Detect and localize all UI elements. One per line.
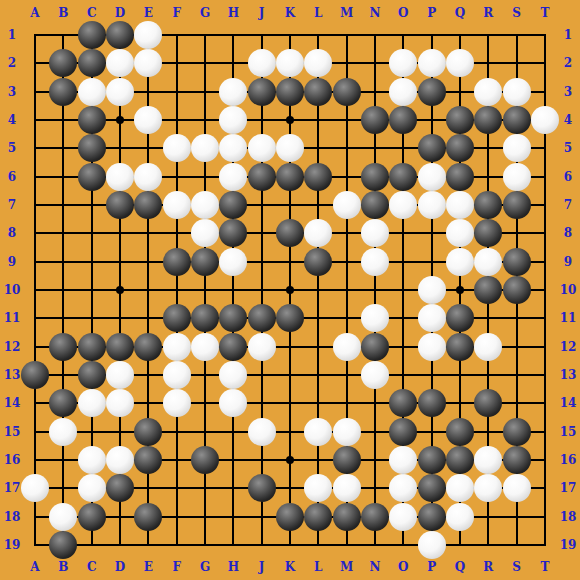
row-label-left: 13 [0,368,24,382]
stone-black: ● [49,531,77,559]
stone-white: ○ [191,333,219,361]
stone-black: ● [248,304,276,332]
stone-white: ○ [474,248,502,276]
column-label-top: D [108,6,132,20]
stone-black: ● [304,163,332,191]
column-label-bottom: G [193,560,217,574]
hoshi-point [286,286,294,294]
stone-white: ○ [446,248,474,276]
stone-black: ● [418,474,446,502]
stone-white: ○ [446,503,474,531]
row-label-right: 18 [556,510,580,524]
stone-black: ● [248,163,276,191]
stone-black: ● [78,49,106,77]
row-label-left: 8 [0,226,24,240]
row-label-right: 15 [556,425,580,439]
stone-black: ● [49,389,77,417]
column-label-top: S [505,6,529,20]
stone-white: ○ [361,248,389,276]
stone-white: ○ [333,474,361,502]
stone-white: ○ [418,531,446,559]
stone-black: ● [446,163,474,191]
stone-black: ● [474,191,502,219]
stone-white: ○ [361,361,389,389]
column-label-bottom: S [505,560,529,574]
column-label-bottom: Q [448,560,472,574]
stone-black: ● [474,106,502,134]
stone-white: ○ [389,78,417,106]
row-label-right: 12 [556,340,580,354]
stone-white: ○ [49,418,77,446]
stone-black: ● [333,503,361,531]
stone-black: ● [418,503,446,531]
row-label-right: 17 [556,481,580,495]
column-label-top: A [23,6,47,20]
column-label-top: R [476,6,500,20]
stone-white: ○ [389,191,417,219]
row-label-right: 10 [556,283,580,297]
row-label-right: 7 [556,198,580,212]
row-label-left: 18 [0,510,24,524]
stone-white: ○ [474,78,502,106]
stone-white: ○ [503,163,531,191]
column-label-top: K [278,6,302,20]
row-label-left: 14 [0,396,24,410]
stone-black: ● [134,418,162,446]
hoshi-point [456,286,464,294]
stone-white: ○ [531,106,559,134]
row-label-right: 13 [556,368,580,382]
stone-black: ● [446,106,474,134]
stone-white: ○ [304,418,332,446]
row-label-left: 10 [0,283,24,297]
stone-white: ○ [446,191,474,219]
column-label-bottom: R [476,560,500,574]
stone-white: ○ [219,106,247,134]
row-label-left: 3 [0,85,24,99]
column-label-bottom: D [108,560,132,574]
stone-black: ● [446,134,474,162]
column-label-bottom: K [278,560,302,574]
stone-black: ● [106,333,134,361]
stone-white: ○ [503,474,531,502]
stone-black: ● [503,446,531,474]
hoshi-point [116,116,124,124]
column-label-top: N [363,6,387,20]
stone-white: ○ [474,474,502,502]
stone-black: ● [276,78,304,106]
column-label-bottom: F [165,560,189,574]
stone-white: ○ [418,276,446,304]
stone-white: ○ [248,418,276,446]
stone-black: ● [248,474,276,502]
column-label-bottom: P [420,560,444,574]
grid-line-vertical [317,34,319,546]
stone-white: ○ [163,361,191,389]
stone-white: ○ [106,78,134,106]
stone-white: ○ [191,219,219,247]
stone-white: ○ [78,78,106,106]
hoshi-point [116,286,124,294]
stone-white: ○ [418,163,446,191]
stone-black: ● [219,304,247,332]
row-label-right: 3 [556,85,580,99]
stone-white: ○ [163,333,191,361]
stone-white: ○ [418,333,446,361]
column-label-bottom: O [391,560,415,574]
column-label-top: H [221,6,245,20]
row-label-right: 16 [556,453,580,467]
row-label-right: 1 [556,28,580,42]
stone-white: ○ [503,78,531,106]
column-label-bottom: M [335,560,359,574]
stone-white: ○ [219,389,247,417]
stone-white: ○ [418,49,446,77]
stone-black: ● [78,134,106,162]
stone-white: ○ [333,333,361,361]
column-label-bottom: B [51,560,75,574]
stone-white: ○ [418,304,446,332]
stone-black: ● [361,163,389,191]
stone-black: ● [191,304,219,332]
stone-black: ● [503,248,531,276]
stone-black: ● [163,304,191,332]
stone-white: ○ [134,106,162,134]
row-label-left: 17 [0,481,24,495]
stone-black: ● [446,333,474,361]
row-label-left: 5 [0,141,24,155]
stone-black: ● [248,78,276,106]
column-label-bottom: L [306,560,330,574]
stone-black: ● [361,333,389,361]
stone-white: ○ [219,134,247,162]
stone-black: ● [191,248,219,276]
stone-white: ○ [333,418,361,446]
column-label-top: Q [448,6,472,20]
stone-white: ○ [333,191,361,219]
row-label-left: 16 [0,453,24,467]
stone-white: ○ [134,163,162,191]
stone-white: ○ [78,474,106,502]
stone-white: ○ [106,163,134,191]
stone-black: ● [106,191,134,219]
column-label-bottom: J [250,560,274,574]
stone-white: ○ [191,191,219,219]
column-label-top: P [420,6,444,20]
stone-black: ● [106,474,134,502]
stone-black: ● [21,361,49,389]
stone-black: ● [49,333,77,361]
stone-black: ● [276,163,304,191]
stone-white: ○ [163,389,191,417]
stone-black: ● [474,389,502,417]
stone-white: ○ [361,219,389,247]
stone-white: ○ [474,446,502,474]
row-label-left: 4 [0,113,24,127]
row-label-left: 12 [0,340,24,354]
stone-white: ○ [474,333,502,361]
stone-black: ● [219,219,247,247]
column-label-top: L [306,6,330,20]
row-label-left: 15 [0,425,24,439]
column-label-top: E [136,6,160,20]
stone-black: ● [134,446,162,474]
row-label-right: 19 [556,538,580,552]
stone-white: ○ [191,134,219,162]
stone-black: ● [389,106,417,134]
row-label-left: 1 [0,28,24,42]
stone-black: ● [304,503,332,531]
stone-white: ○ [248,333,276,361]
row-label-right: 14 [556,396,580,410]
stone-black: ● [503,106,531,134]
stone-black: ● [304,248,332,276]
column-label-bottom: A [23,560,47,574]
stone-white: ○ [134,49,162,77]
row-label-right: 11 [556,311,580,325]
stone-white: ○ [248,134,276,162]
stone-white: ○ [248,49,276,77]
stone-white: ○ [446,474,474,502]
stone-black: ● [106,21,134,49]
go-board[interactable]: ●●○●●○○○○○○○○●○○○●●●●○●○○●○○●●●●●○●○○○○○… [0,0,580,580]
stone-white: ○ [446,219,474,247]
stone-black: ● [389,163,417,191]
column-label-top: G [193,6,217,20]
stone-white: ○ [389,503,417,531]
stone-black: ● [78,21,106,49]
row-label-left: 9 [0,255,24,269]
stone-black: ● [389,418,417,446]
stone-black: ● [418,78,446,106]
stone-black: ● [78,503,106,531]
stone-black: ● [304,78,332,106]
stone-black: ● [333,446,361,474]
row-label-right: 8 [556,226,580,240]
stone-black: ● [446,418,474,446]
stone-white: ○ [361,304,389,332]
stone-black: ● [503,276,531,304]
stone-black: ● [474,219,502,247]
row-label-left: 6 [0,170,24,184]
stone-white: ○ [49,503,77,531]
stone-black: ● [276,304,304,332]
stone-white: ○ [219,78,247,106]
hoshi-point [286,456,294,464]
column-label-bottom: T [533,560,557,574]
stone-black: ● [219,191,247,219]
stone-black: ● [503,191,531,219]
row-label-right: 4 [556,113,580,127]
column-label-top: M [335,6,359,20]
stone-white: ○ [78,446,106,474]
stone-black: ● [276,219,304,247]
row-label-left: 2 [0,56,24,70]
stone-white: ○ [106,49,134,77]
stone-white: ○ [163,191,191,219]
stone-black: ● [219,333,247,361]
stone-black: ● [418,446,446,474]
stone-black: ● [78,163,106,191]
stone-white: ○ [219,248,247,276]
stone-white: ○ [389,49,417,77]
grid-line-horizontal [34,544,546,546]
stone-white: ○ [106,389,134,417]
column-label-top: J [250,6,274,20]
stone-white: ○ [106,361,134,389]
row-label-left: 19 [0,538,24,552]
stone-white: ○ [276,134,304,162]
column-label-top: T [533,6,557,20]
stone-black: ● [418,134,446,162]
stone-black: ● [361,191,389,219]
stone-white: ○ [304,474,332,502]
row-label-right: 5 [556,141,580,155]
stone-white: ○ [106,446,134,474]
stone-black: ● [49,49,77,77]
column-label-bottom: H [221,560,245,574]
stone-black: ● [446,304,474,332]
stone-white: ○ [503,134,531,162]
stone-black: ● [361,106,389,134]
column-label-top: B [51,6,75,20]
stone-white: ○ [389,446,417,474]
stone-black: ● [78,333,106,361]
column-label-top: O [391,6,415,20]
stone-black: ● [134,333,162,361]
stone-black: ● [134,191,162,219]
row-label-left: 7 [0,198,24,212]
column-label-top: C [80,6,104,20]
stone-black: ● [276,503,304,531]
stone-white: ○ [21,474,49,502]
row-label-right: 2 [556,56,580,70]
stone-white: ○ [219,361,247,389]
stone-black: ● [78,361,106,389]
stone-black: ● [49,78,77,106]
stone-white: ○ [276,49,304,77]
stone-black: ● [474,276,502,304]
hoshi-point [286,116,294,124]
stone-white: ○ [219,163,247,191]
row-label-right: 9 [556,255,580,269]
stone-black: ● [446,446,474,474]
stone-black: ● [333,78,361,106]
row-label-left: 11 [0,311,24,325]
stone-black: ● [361,503,389,531]
stone-black: ● [78,106,106,134]
stone-black: ● [191,446,219,474]
row-label-right: 6 [556,170,580,184]
column-label-bottom: C [80,560,104,574]
stone-black: ● [503,418,531,446]
stone-white: ○ [418,191,446,219]
column-label-bottom: E [136,560,160,574]
stone-white: ○ [78,389,106,417]
stone-black: ● [389,389,417,417]
stone-black: ● [134,503,162,531]
stone-white: ○ [163,134,191,162]
stone-black: ● [418,389,446,417]
column-label-bottom: N [363,560,387,574]
stone-white: ○ [304,49,332,77]
stone-black: ● [163,248,191,276]
stone-white: ○ [304,219,332,247]
stone-white: ○ [134,21,162,49]
stone-white: ○ [446,49,474,77]
stone-white: ○ [389,474,417,502]
column-label-top: F [165,6,189,20]
